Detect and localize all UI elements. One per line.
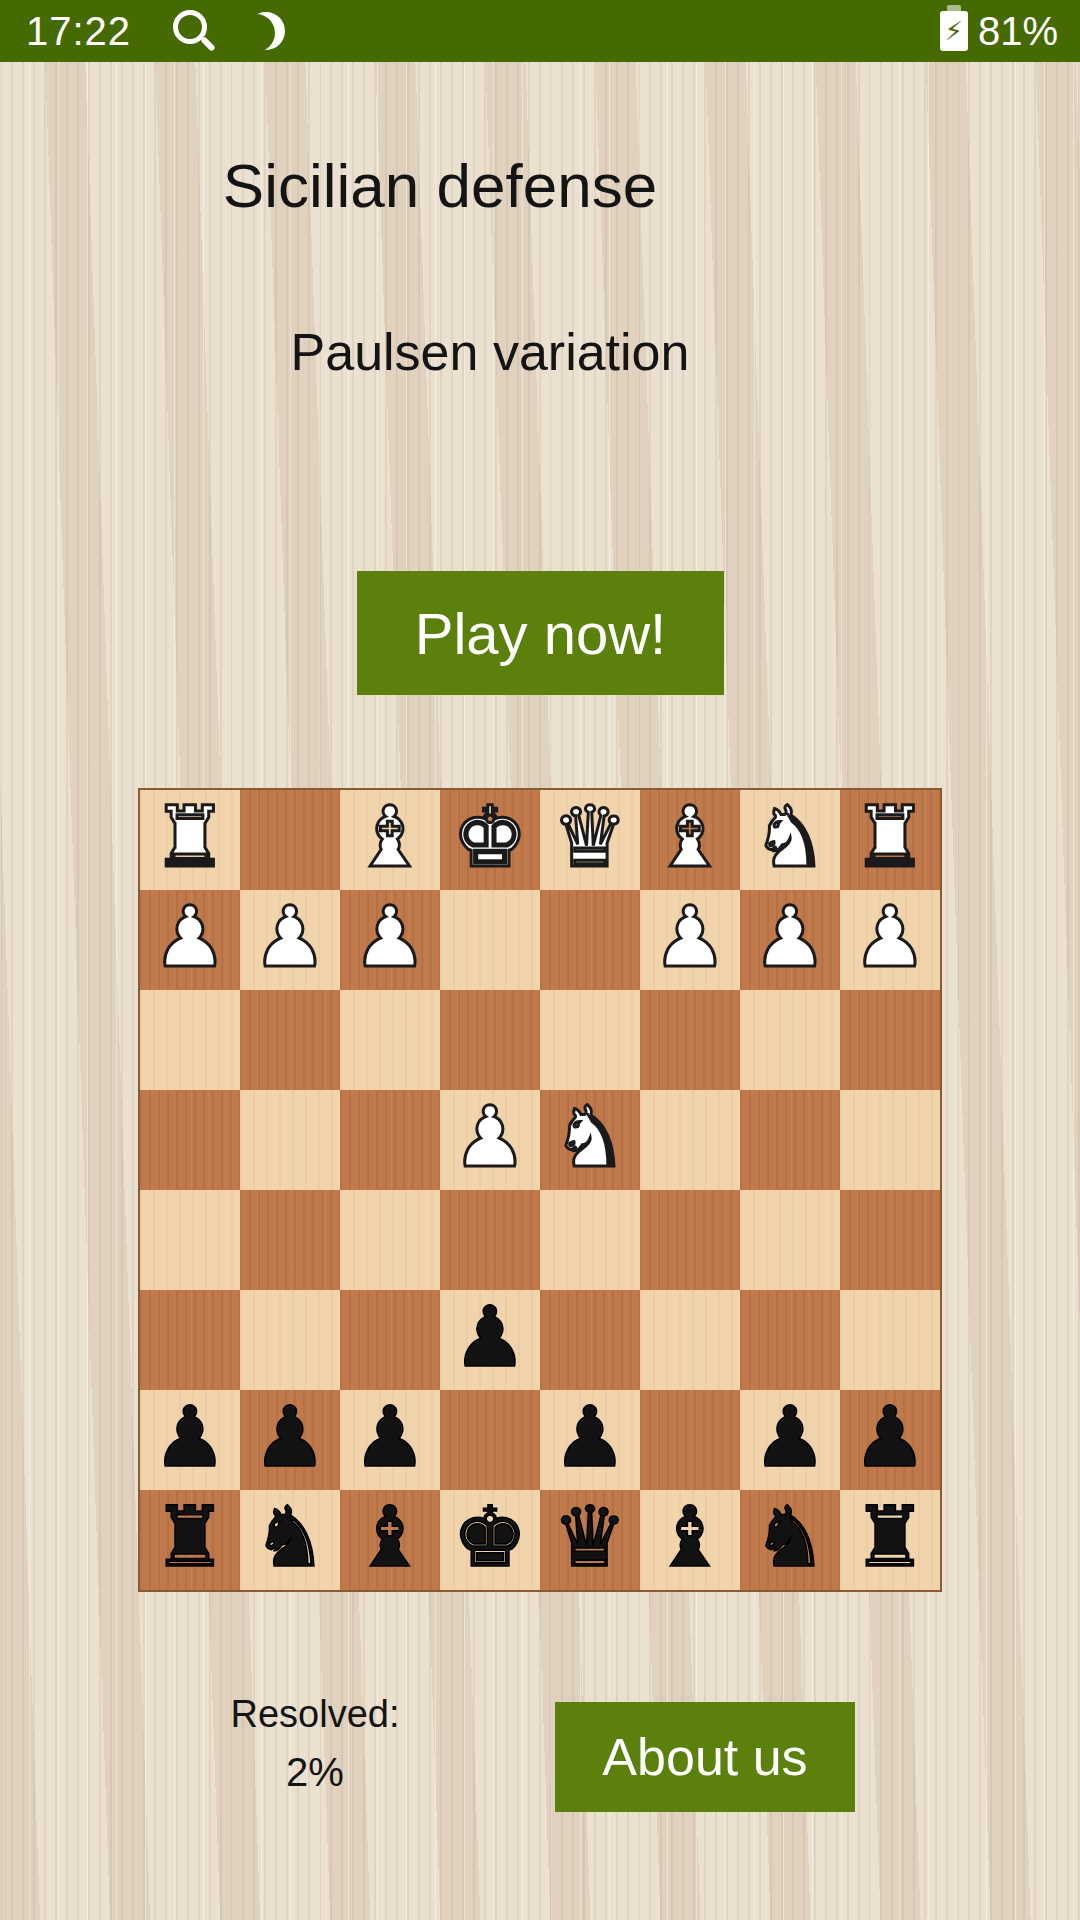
square bbox=[240, 990, 340, 1090]
square: ♜ bbox=[840, 1490, 940, 1590]
resolved-value: 2% bbox=[140, 1750, 490, 1795]
chess-board-frame: ♜♝♚♛♝♞♜♟♟♟♟♟♟♟♞♟♟♟♟♟♟♟♜♞♝♚♛♝♞♜ bbox=[138, 788, 942, 1592]
square bbox=[440, 890, 540, 990]
chess-piece-wB: ♝ bbox=[652, 795, 727, 879]
chess-piece-bN: ♞ bbox=[752, 1495, 827, 1579]
chess-piece-bB: ♝ bbox=[652, 1495, 727, 1579]
square bbox=[140, 1090, 240, 1190]
square: ♜ bbox=[140, 1490, 240, 1590]
square bbox=[740, 1090, 840, 1190]
square: ♟ bbox=[740, 890, 840, 990]
chess-piece-wP: ♟ bbox=[252, 895, 327, 979]
status-bar: 17:22 ⚡ 81% bbox=[0, 0, 1080, 62]
square bbox=[840, 990, 940, 1090]
square bbox=[340, 990, 440, 1090]
square bbox=[140, 1190, 240, 1290]
chess-piece-bP: ♟ bbox=[752, 1395, 827, 1479]
square: ♟ bbox=[640, 890, 740, 990]
chess-piece-bN: ♞ bbox=[252, 1495, 327, 1579]
chess-piece-bP: ♟ bbox=[152, 1395, 227, 1479]
resolved-label: Resolved: bbox=[140, 1693, 490, 1736]
battery-percent: 81% bbox=[978, 9, 1058, 54]
square: ♞ bbox=[540, 1090, 640, 1190]
square: ♚ bbox=[440, 1490, 540, 1590]
square bbox=[140, 1290, 240, 1390]
square: ♞ bbox=[740, 1490, 840, 1590]
chess-piece-wP: ♟ bbox=[652, 895, 727, 979]
chess-piece-bK: ♚ bbox=[452, 1495, 527, 1579]
chess-piece-bP: ♟ bbox=[352, 1395, 427, 1479]
square: ♝ bbox=[640, 1490, 740, 1590]
square: ♞ bbox=[740, 790, 840, 890]
search-icon bbox=[173, 10, 207, 44]
chess-piece-wP: ♟ bbox=[852, 895, 927, 979]
square bbox=[740, 1290, 840, 1390]
square bbox=[340, 1090, 440, 1190]
square bbox=[540, 1290, 640, 1390]
chess-piece-wR: ♜ bbox=[852, 795, 927, 879]
square: ♟ bbox=[840, 890, 940, 990]
chess-piece-wN: ♞ bbox=[752, 795, 827, 879]
square bbox=[740, 990, 840, 1090]
clock-time: 17:22 bbox=[26, 9, 131, 54]
square: ♟ bbox=[540, 1390, 640, 1490]
chess-piece-wR: ♜ bbox=[152, 795, 227, 879]
square bbox=[540, 1190, 640, 1290]
square bbox=[740, 1190, 840, 1290]
square bbox=[540, 890, 640, 990]
square bbox=[240, 790, 340, 890]
chess-board: ♜♝♚♛♝♞♜♟♟♟♟♟♟♟♞♟♟♟♟♟♟♟♜♞♝♚♛♝♞♜ bbox=[140, 790, 940, 1590]
square: ♟ bbox=[340, 890, 440, 990]
resolved-stats: Resolved: 2% bbox=[140, 1693, 490, 1795]
moon-icon bbox=[247, 12, 285, 50]
square: ♝ bbox=[340, 1490, 440, 1590]
square bbox=[440, 990, 540, 1090]
square bbox=[140, 990, 240, 1090]
chess-piece-bR: ♜ bbox=[852, 1495, 927, 1579]
chess-piece-wP: ♟ bbox=[152, 895, 227, 979]
chess-piece-bP: ♟ bbox=[452, 1295, 527, 1379]
chess-piece-wP: ♟ bbox=[352, 895, 427, 979]
square: ♟ bbox=[440, 1290, 540, 1390]
square bbox=[840, 1090, 940, 1190]
chess-piece-wP: ♟ bbox=[752, 895, 827, 979]
square bbox=[440, 1390, 540, 1490]
battery-charging-icon: ⚡ bbox=[940, 11, 968, 51]
square: ♝ bbox=[640, 790, 740, 890]
square bbox=[240, 1290, 340, 1390]
chess-piece-wK: ♚ bbox=[452, 795, 527, 879]
page-title: Sicilian defense bbox=[0, 150, 880, 221]
lightning-bolt-icon: ⚡ bbox=[940, 11, 968, 51]
square: ♟ bbox=[240, 1390, 340, 1490]
square: ♚ bbox=[440, 790, 540, 890]
square bbox=[640, 990, 740, 1090]
square: ♟ bbox=[140, 1390, 240, 1490]
chess-piece-bQ: ♛ bbox=[552, 1495, 627, 1579]
play-now-button[interactable]: Play now! bbox=[357, 571, 724, 695]
square bbox=[640, 1390, 740, 1490]
square: ♟ bbox=[140, 890, 240, 990]
about-us-button[interactable]: About us bbox=[555, 1702, 855, 1812]
square bbox=[240, 1090, 340, 1190]
chess-piece-wN: ♞ bbox=[552, 1095, 627, 1179]
square bbox=[440, 1190, 540, 1290]
square: ♝ bbox=[340, 790, 440, 890]
square: ♟ bbox=[340, 1390, 440, 1490]
square bbox=[540, 990, 640, 1090]
chess-piece-bR: ♜ bbox=[152, 1495, 227, 1579]
chess-piece-wQ: ♛ bbox=[552, 795, 627, 879]
square: ♟ bbox=[740, 1390, 840, 1490]
square bbox=[640, 1190, 740, 1290]
square: ♛ bbox=[540, 790, 640, 890]
square: ♟ bbox=[240, 890, 340, 990]
square bbox=[640, 1290, 740, 1390]
square bbox=[340, 1290, 440, 1390]
square: ♜ bbox=[840, 790, 940, 890]
square bbox=[240, 1190, 340, 1290]
chess-piece-wB: ♝ bbox=[352, 795, 427, 879]
chess-piece-bP: ♟ bbox=[252, 1395, 327, 1479]
square: ♟ bbox=[440, 1090, 540, 1190]
square bbox=[840, 1190, 940, 1290]
square bbox=[340, 1190, 440, 1290]
square: ♟ bbox=[840, 1390, 940, 1490]
square bbox=[640, 1090, 740, 1190]
square bbox=[840, 1290, 940, 1390]
chess-piece-bB: ♝ bbox=[352, 1495, 427, 1579]
square: ♜ bbox=[140, 790, 240, 890]
chess-piece-wP: ♟ bbox=[452, 1095, 527, 1179]
page-subtitle: Paulsen variation bbox=[0, 322, 980, 382]
chess-piece-bP: ♟ bbox=[552, 1395, 627, 1479]
square: ♞ bbox=[240, 1490, 340, 1590]
square: ♛ bbox=[540, 1490, 640, 1590]
chess-piece-bP: ♟ bbox=[852, 1395, 927, 1479]
